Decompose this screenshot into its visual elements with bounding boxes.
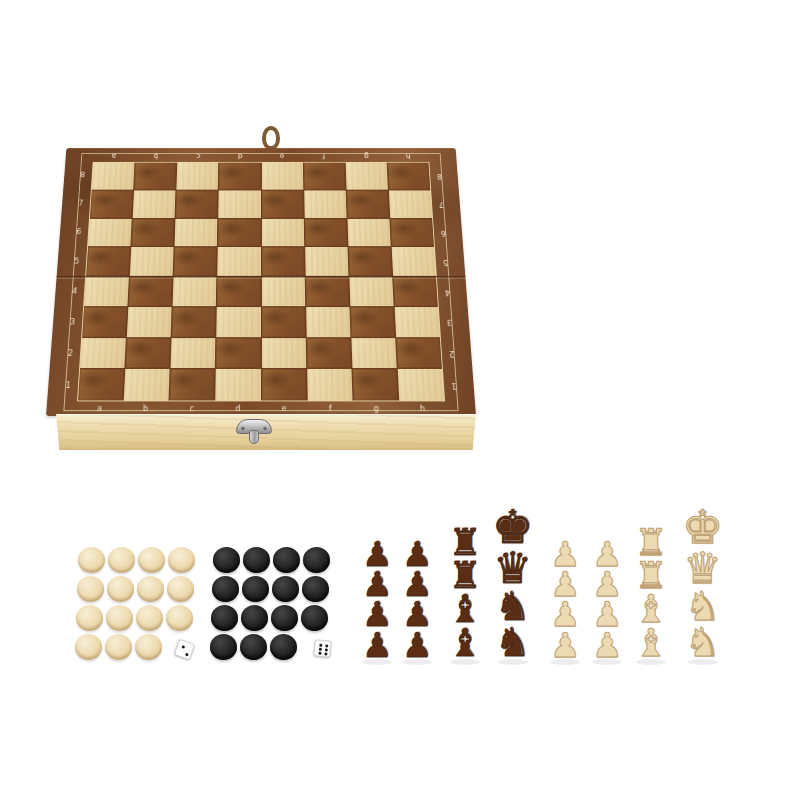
file-label: c [169, 403, 215, 414]
rank-label: 6 [72, 218, 85, 247]
checker-piece [272, 576, 299, 602]
board-square [219, 163, 261, 190]
chess-piece-column: ♜♜♝♝ [634, 525, 668, 665]
checker-piece [211, 605, 238, 631]
file-label: f [307, 403, 353, 414]
board-square [387, 163, 430, 190]
board-square [261, 307, 305, 337]
board-square [130, 247, 174, 276]
board-square [134, 163, 176, 190]
checker-piece [240, 634, 267, 660]
board-square [261, 369, 306, 400]
die-pip [325, 644, 328, 647]
checkerboard-grid [77, 162, 445, 402]
checkers-row [211, 605, 333, 634]
checker-piece [138, 547, 165, 573]
file-label: b [135, 151, 177, 160]
board-square [306, 307, 350, 337]
file-label: d [215, 403, 261, 414]
file-label: e [261, 151, 303, 160]
board-square [82, 307, 127, 337]
hanging-ring-icon [262, 126, 280, 150]
dark-knight: ♞ [495, 623, 531, 661]
board-square [389, 190, 432, 217]
checker-piece [212, 576, 239, 602]
board-square [392, 247, 436, 276]
board-square [80, 338, 126, 369]
checker-piece [108, 547, 135, 573]
file-label: g [345, 151, 387, 160]
checker-piece [210, 634, 237, 660]
rank-label: 4 [441, 276, 455, 306]
file-label: e [261, 403, 307, 414]
board-square [84, 277, 129, 306]
board-square [261, 277, 304, 306]
board-square [125, 338, 170, 369]
board-square [261, 218, 303, 246]
file-labels-top: abcdefgh [93, 151, 429, 160]
checker-piece [76, 605, 103, 631]
die-pip [185, 653, 189, 657]
rank-label: 4 [68, 276, 82, 306]
board-square [131, 218, 174, 246]
checker-piece [167, 576, 194, 602]
board-square [170, 369, 215, 400]
board-square [261, 338, 305, 369]
board-square [261, 247, 304, 276]
rank-label: 5 [439, 247, 452, 277]
file-label: b [122, 403, 169, 414]
rank-label: 1 [61, 369, 75, 401]
die-pip [324, 652, 327, 655]
dark-pawn: ♟ [362, 629, 392, 661]
board-square [305, 277, 349, 306]
board-square [348, 247, 392, 276]
file-label: d [219, 151, 261, 160]
file-label: h [387, 151, 429, 160]
rank-label: 5 [70, 247, 83, 277]
checker-piece [242, 576, 269, 602]
chess-piece-column: ♚♛♞♞ [492, 506, 533, 665]
checkers-row [77, 576, 198, 605]
board-square [304, 190, 346, 217]
checker-piece [107, 576, 134, 602]
clasp-knob [249, 430, 259, 444]
checker-piece [168, 547, 195, 573]
checker-piece [243, 547, 270, 573]
chess-piece-column: ♟♟♟♟ [550, 538, 580, 665]
checkers-row [212, 576, 333, 605]
board-square [172, 307, 216, 337]
checker-piece [301, 605, 328, 631]
die-pip [181, 645, 185, 649]
board-square [216, 338, 260, 369]
rank-label: 8 [76, 162, 89, 190]
board-square [217, 307, 261, 337]
die-pip [319, 648, 322, 651]
board-square [133, 190, 176, 217]
board-square [307, 369, 352, 400]
light-pawn: ♟ [550, 629, 580, 661]
board-square [92, 163, 135, 190]
die-pip [318, 652, 321, 655]
file-labels-bottom: abcdefgh [76, 403, 446, 414]
fold-line [57, 276, 466, 278]
dark-pawn: ♟ [402, 629, 432, 661]
board-square [86, 247, 130, 276]
board-square [218, 218, 260, 246]
checker-piece [302, 576, 329, 602]
board-square [350, 307, 395, 337]
clasp-screw [241, 426, 245, 430]
checker-piece [136, 605, 163, 631]
light-bishop: ♝ [634, 625, 668, 661]
board-square [177, 163, 219, 190]
board-square [173, 277, 217, 306]
chess-piece-column: ♟♟♟♟ [362, 538, 392, 665]
chess-board: abcdefgh abcdefgh 87654321 87654321 [46, 148, 476, 416]
checker-piece [105, 634, 132, 660]
checker-piece [241, 605, 268, 631]
checkers-row [213, 547, 333, 576]
board-square [394, 307, 439, 337]
checker-piece [273, 547, 300, 573]
rank-label: 7 [74, 190, 87, 218]
board-square [305, 247, 348, 276]
checker-piece [75, 634, 102, 660]
file-label: f [303, 151, 345, 160]
clasp-screw [263, 426, 267, 430]
rank-label: 7 [435, 190, 448, 218]
board-square [218, 247, 261, 276]
checker-piece [303, 547, 330, 573]
product-photo: abcdefgh abcdefgh 87654321 87654321 ♟♟♟♟… [0, 0, 800, 800]
checker-piece [270, 634, 297, 660]
checker-piece [137, 576, 164, 602]
board-square [217, 277, 260, 306]
rank-label: 8 [433, 162, 446, 190]
board-square [90, 190, 133, 217]
board-square [261, 190, 303, 217]
checkers-row [76, 605, 198, 634]
rank-label: 1 [447, 369, 461, 401]
board-square [304, 218, 347, 246]
rank-label: 2 [63, 337, 77, 369]
file-label: h [399, 403, 446, 414]
board-square [129, 277, 173, 306]
board-square [171, 338, 216, 369]
board-square [347, 218, 390, 246]
board-square [127, 307, 172, 337]
board-square [398, 369, 444, 400]
checker-piece [78, 547, 105, 573]
chess-piece-column: ♜♜♝♝ [448, 525, 482, 665]
light-knight: ♞ [685, 623, 721, 661]
die-pip [319, 644, 322, 647]
checker-piece [106, 605, 133, 631]
die-pip [325, 648, 328, 651]
checker-piece [271, 605, 298, 631]
checker-piece [166, 605, 193, 631]
board-square [393, 277, 438, 306]
dark-bishop: ♝ [448, 625, 482, 661]
board-square [396, 338, 442, 369]
chess-piece-column: ♟♟♟♟ [592, 538, 622, 665]
checker-piece [213, 547, 240, 573]
chess-piece-column: ♟♟♟♟ [402, 538, 432, 665]
box-edge [56, 414, 476, 450]
clasp-icon [236, 419, 272, 447]
board-square [306, 338, 351, 369]
file-label: a [76, 403, 123, 414]
checkers-row [78, 547, 198, 576]
board-square [175, 218, 218, 246]
board-square [303, 163, 345, 190]
white-die-icon [313, 639, 332, 658]
board-square [390, 218, 434, 246]
board-square [219, 190, 261, 217]
rank-label: 2 [445, 337, 459, 369]
rank-label: 3 [443, 307, 457, 338]
file-label: c [177, 151, 219, 160]
board-square [261, 163, 303, 190]
board-square [124, 369, 170, 400]
board-square [352, 369, 398, 400]
light-pawn: ♟ [592, 629, 622, 661]
board-square [78, 369, 124, 400]
board-square [345, 163, 387, 190]
rank-label: 6 [437, 218, 450, 247]
checker-piece [77, 576, 104, 602]
file-label: g [353, 403, 400, 414]
board-square [346, 190, 389, 217]
file-label: a [93, 151, 135, 160]
rank-label: 3 [66, 307, 80, 338]
board-square [216, 369, 261, 400]
board-square [88, 218, 132, 246]
chess-piece-column: ♚♛♞♞ [682, 506, 723, 665]
board-square [174, 247, 217, 276]
board-square [176, 190, 218, 217]
board-square [349, 277, 393, 306]
checker-piece [135, 634, 162, 660]
board-square [351, 338, 396, 369]
